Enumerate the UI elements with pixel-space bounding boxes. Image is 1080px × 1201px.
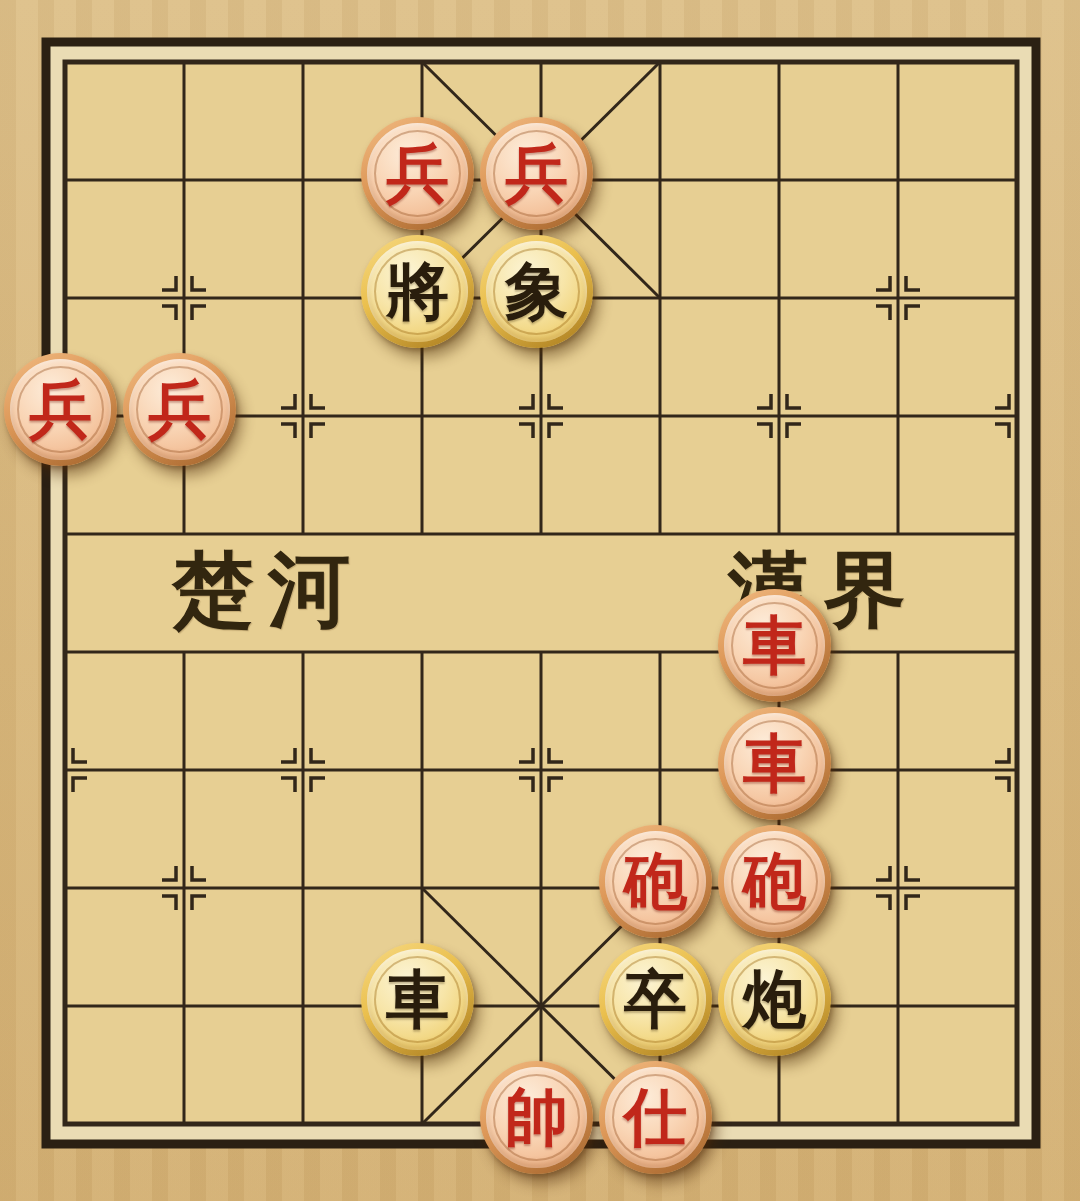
piece-glyph: 兵 — [386, 142, 449, 205]
piece-glyph: 砲 — [743, 850, 806, 913]
piece-glyph: 兵 — [505, 142, 568, 205]
piece-glyph: 象 — [505, 260, 568, 323]
piece-red-cannon[interactable]: 砲 — [718, 825, 831, 938]
piece-glyph: 炮 — [743, 968, 806, 1031]
piece-black-general[interactable]: 將 — [361, 235, 474, 348]
piece-glyph: 車 — [743, 732, 806, 795]
piece-red-soldier[interactable]: 兵 — [123, 353, 236, 466]
piece-glyph: 將 — [386, 260, 449, 323]
piece-red-cannon[interactable]: 砲 — [599, 825, 712, 938]
piece-red-chariot[interactable]: 車 — [718, 589, 831, 702]
xiangqi-board: 楚河 漢界 兵 兵 將 象 兵 — [0, 0, 1080, 1201]
piece-black-soldier[interactable]: 卒 — [599, 943, 712, 1056]
piece-glyph: 仕 — [624, 1086, 687, 1149]
pieces-layer: 兵 兵 將 象 兵 兵 — [5, 3, 1076, 1183]
piece-glyph: 兵 — [148, 378, 211, 441]
piece-glyph: 卒 — [624, 968, 687, 1031]
piece-red-general[interactable]: 帥 — [480, 1061, 593, 1174]
piece-glyph: 砲 — [624, 850, 687, 913]
piece-red-chariot[interactable]: 車 — [718, 707, 831, 820]
piece-black-elephant[interactable]: 象 — [480, 235, 593, 348]
piece-red-soldier[interactable]: 兵 — [480, 117, 593, 230]
piece-red-soldier[interactable]: 兵 — [4, 353, 117, 466]
piece-black-chariot[interactable]: 車 — [361, 943, 474, 1056]
piece-black-cannon[interactable]: 炮 — [718, 943, 831, 1056]
piece-glyph: 車 — [386, 968, 449, 1031]
piece-glyph: 車 — [743, 614, 806, 677]
piece-red-soldier[interactable]: 兵 — [361, 117, 474, 230]
piece-glyph: 兵 — [29, 378, 92, 441]
piece-red-advisor[interactable]: 仕 — [599, 1061, 712, 1174]
piece-glyph: 帥 — [505, 1086, 568, 1149]
